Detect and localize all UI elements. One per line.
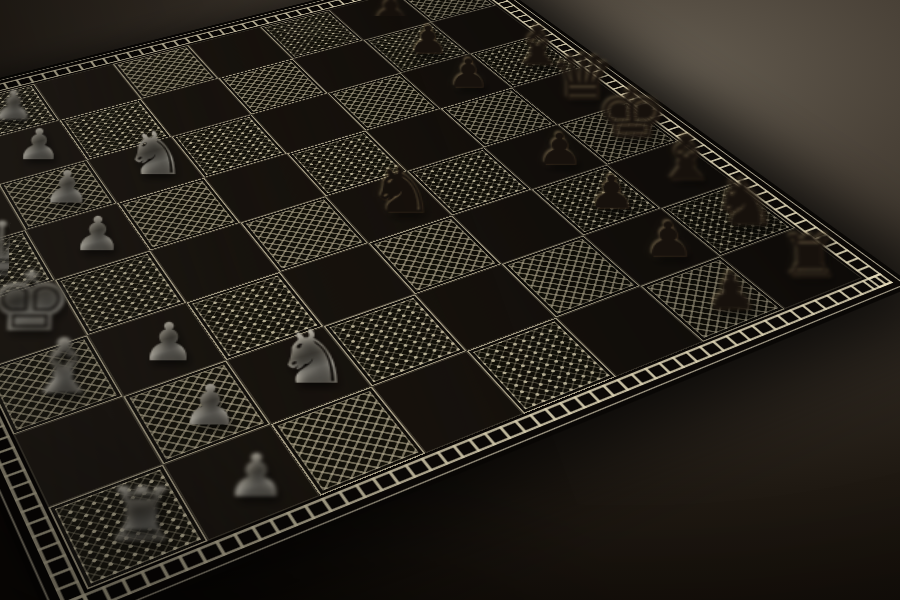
black-pawn-e7: ♟ — [508, 127, 611, 170]
black-pawn-f7: ♟ — [558, 169, 666, 214]
photo-stage: ♜♟♟♜♟♟♝♟♞♟♝♛♟♛♚♞♟♚♝♟♟♝♟♞♟♞♜♟♟♜ — [0, 0, 900, 600]
black-pawn-g7: ♟ — [612, 216, 725, 263]
square-h5 — [467, 318, 617, 414]
